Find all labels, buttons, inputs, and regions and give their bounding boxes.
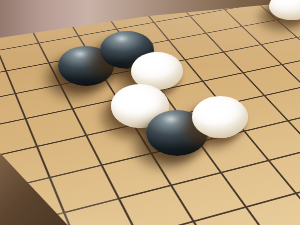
go-board-photo bbox=[0, 0, 300, 225]
white-stone[interactable] bbox=[192, 96, 248, 138]
